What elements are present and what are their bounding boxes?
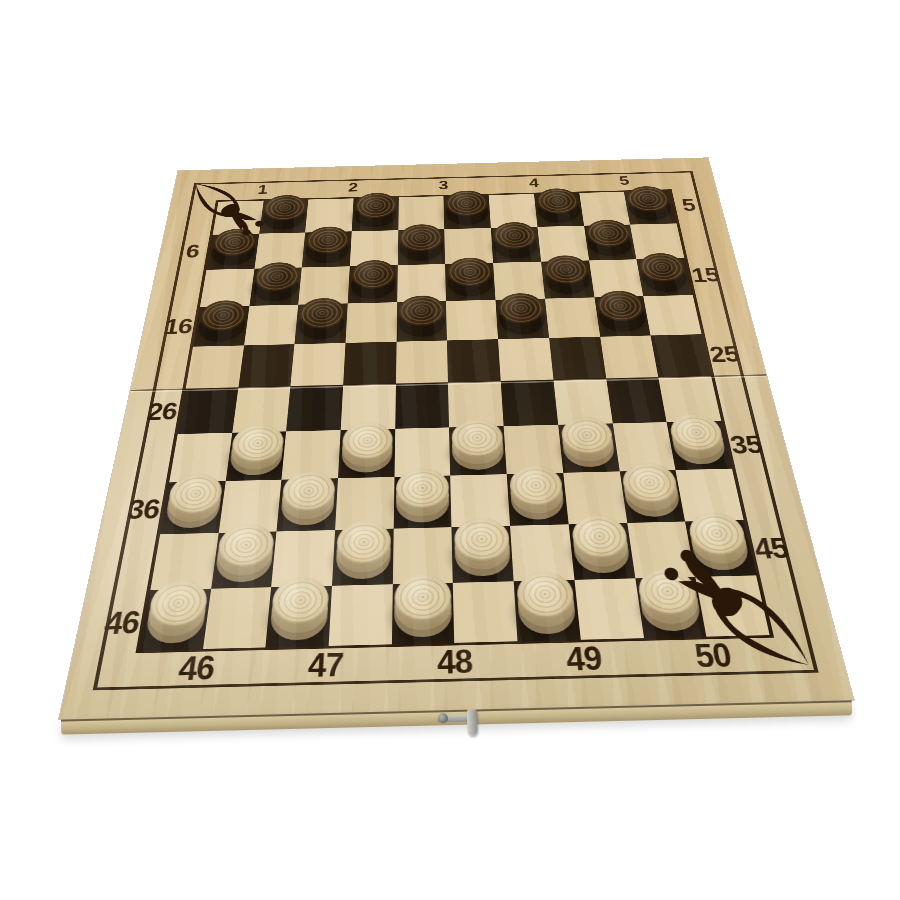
draughts-board: 1 2 3 4 5 5 15 25 35 45 6 16 26 36 46 46… [59, 158, 854, 720]
square-5[interactable] [624, 191, 676, 225]
square-37[interactable] [277, 478, 338, 531]
dark-piece-5[interactable] [624, 191, 676, 225]
square-49[interactable] [514, 580, 581, 641]
square-15[interactable] [637, 258, 693, 296]
square-44[interactable] [569, 523, 635, 580]
square-38[interactable] [394, 476, 452, 529]
square-19[interactable] [496, 299, 549, 340]
dark-piece-4[interactable] [534, 193, 584, 227]
square-48[interactable] [392, 583, 455, 645]
square-22[interactable] [343, 342, 396, 385]
light-square [600, 335, 659, 378]
square-6[interactable] [206, 234, 259, 270]
dark-piece-14[interactable] [541, 260, 594, 298]
square-34[interactable] [558, 423, 619, 472]
square-30[interactable] [606, 377, 667, 423]
square-13[interactable] [445, 263, 495, 301]
coord-top-4: 4 [528, 176, 539, 191]
square-31[interactable] [225, 431, 286, 481]
coord-right-45: 45 [751, 532, 791, 565]
dark-piece-10[interactable] [584, 225, 637, 261]
light-square [203, 587, 272, 649]
light-piece-40[interactable] [619, 470, 685, 523]
square-27[interactable] [286, 385, 343, 431]
square-24[interactable] [549, 337, 606, 380]
square-45[interactable] [685, 520, 756, 577]
dark-piece-7[interactable] [302, 231, 352, 267]
square-35[interactable] [667, 421, 732, 470]
coord-bottom-50: 50 [692, 637, 734, 675]
light-piece-49[interactable] [514, 580, 581, 641]
board-photo: 1 2 3 4 5 5 15 25 35 45 6 16 26 36 46 46… [0, 0, 900, 900]
dark-piece-17[interactable] [295, 303, 348, 344]
coord-bottom-47: 47 [307, 646, 344, 685]
coord-left-6: 6 [184, 241, 201, 262]
coord-bottom-46: 46 [176, 649, 216, 688]
light-piece-36[interactable] [160, 481, 225, 534]
light-square [453, 581, 517, 643]
square-12[interactable] [348, 265, 398, 303]
square-43[interactable] [452, 526, 514, 583]
square-4[interactable] [534, 193, 584, 227]
coord-top-5: 5 [618, 174, 630, 189]
light-piece-38[interactable] [394, 476, 452, 529]
light-square [446, 300, 498, 341]
square-18[interactable] [396, 301, 447, 342]
light-square [643, 295, 701, 335]
light-square [396, 340, 449, 383]
square-36[interactable] [160, 481, 225, 534]
dark-piece-13[interactable] [445, 263, 495, 301]
light-piece-48[interactable] [392, 583, 455, 645]
perspective-tilt: 1 2 3 4 5 5 15 25 35 45 6 16 26 36 46 46… [0, 0, 900, 900]
coord-right-25: 25 [707, 342, 741, 367]
light-piece-50[interactable] [635, 577, 707, 638]
coord-left-16: 16 [162, 315, 194, 339]
light-piece-42[interactable] [332, 529, 393, 586]
coord-right-5: 5 [680, 195, 697, 215]
square-2[interactable] [352, 197, 399, 231]
square-39[interactable] [507, 473, 569, 526]
coordinate-labels: 1 2 3 4 5 5 15 25 35 45 6 16 26 36 46 46… [178, 158, 708, 171]
light-square [696, 575, 770, 636]
square-20[interactable] [594, 296, 651, 337]
square-23[interactable] [447, 339, 501, 382]
coord-top-1: 1 [257, 182, 268, 197]
light-square [498, 338, 553, 381]
square-21[interactable] [238, 344, 295, 387]
coord-right-15: 15 [690, 264, 722, 286]
light-square [291, 343, 346, 386]
light-piece-31[interactable] [225, 431, 286, 481]
square-1[interactable] [259, 199, 309, 233]
coord-left-26: 26 [145, 398, 179, 425]
square-47[interactable] [266, 586, 332, 648]
square-28[interactable] [395, 382, 449, 428]
light-square [244, 305, 299, 346]
dark-piece-15[interactable] [637, 258, 693, 296]
coord-bottom-48: 48 [437, 643, 473, 682]
square-9[interactable] [491, 227, 541, 263]
dark-piece-8[interactable] [398, 229, 446, 265]
light-square [574, 578, 643, 639]
dark-piece-19[interactable] [496, 299, 549, 340]
square-14[interactable] [541, 260, 594, 298]
coord-top-2: 2 [348, 180, 358, 195]
light-piece-47[interactable] [266, 586, 332, 648]
square-11[interactable] [249, 267, 302, 305]
square-25[interactable] [651, 334, 711, 377]
square-16[interactable] [193, 306, 249, 347]
light-piece-34[interactable] [558, 423, 619, 472]
coord-bottom-49: 49 [565, 640, 604, 678]
light-square [346, 302, 397, 343]
light-square [186, 345, 244, 388]
light-piece-33[interactable] [449, 426, 506, 475]
square-32[interactable] [338, 429, 395, 479]
square-26[interactable] [178, 388, 238, 434]
light-piece-41[interactable] [211, 531, 277, 588]
light-piece-45[interactable] [685, 520, 756, 577]
dark-piece-1[interactable] [259, 199, 309, 233]
square-46[interactable] [140, 589, 211, 651]
light-piece-44[interactable] [569, 523, 635, 580]
square-10[interactable] [584, 225, 637, 261]
square-3[interactable] [444, 195, 491, 229]
square-50[interactable] [635, 577, 707, 638]
square-33[interactable] [449, 426, 506, 475]
clasp-hook [467, 709, 478, 735]
dark-piece-16[interactable] [193, 306, 249, 347]
square-7[interactable] [302, 231, 352, 267]
coord-left-46: 46 [102, 605, 143, 641]
dark-piece-3[interactable] [444, 195, 491, 229]
playing-grid [135, 189, 774, 653]
coord-left-36: 36 [125, 494, 162, 525]
light-piece-32[interactable] [338, 429, 395, 479]
square-8[interactable] [398, 229, 446, 265]
light-piece-39[interactable] [507, 473, 569, 526]
dark-piece-20[interactable] [594, 296, 651, 337]
light-piece-35[interactable] [667, 421, 732, 470]
dark-piece-2[interactable] [352, 197, 399, 231]
square-41[interactable] [211, 531, 277, 588]
light-square [329, 584, 393, 646]
light-square [545, 297, 600, 338]
square-42[interactable] [332, 529, 393, 586]
light-piece-43[interactable] [452, 526, 514, 583]
dark-piece-12[interactable] [348, 265, 398, 303]
square-17[interactable] [295, 303, 348, 344]
dark-piece-9[interactable] [491, 227, 541, 263]
metal-clasp[interactable] [437, 705, 486, 736]
light-piece-46[interactable] [140, 589, 211, 651]
dark-piece-11[interactable] [249, 267, 302, 305]
square-29[interactable] [501, 380, 558, 426]
coord-right-35: 35 [728, 430, 765, 459]
light-piece-37[interactable] [277, 478, 338, 531]
dark-piece-18[interactable] [396, 301, 447, 342]
coord-top-3: 3 [438, 178, 448, 193]
dark-piece-6[interactable] [206, 234, 259, 270]
square-40[interactable] [619, 470, 685, 523]
